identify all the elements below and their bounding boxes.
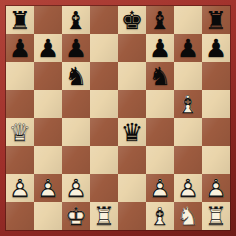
square-a1[interactable] <box>6 202 34 230</box>
square-a3[interactable] <box>6 146 34 174</box>
white-queen-outline-glyph: ♕ <box>6 118 34 146</box>
square-e1[interactable] <box>118 202 146 230</box>
black-rook-glyph: ♜ <box>202 6 230 34</box>
square-b5[interactable] <box>34 90 62 118</box>
piece-white-pawn: ♟♙ <box>202 174 230 202</box>
square-b7[interactable]: ♟ <box>34 34 62 62</box>
square-h8[interactable]: ♜ <box>202 6 230 34</box>
square-a2[interactable]: ♟♙ <box>6 174 34 202</box>
white-pawn-outline-glyph: ♙ <box>146 174 174 202</box>
square-c8[interactable]: ♝ <box>62 6 90 34</box>
piece-black-rook: ♜ <box>202 6 230 34</box>
square-f1[interactable]: ♝♗ <box>146 202 174 230</box>
black-pawn-glyph: ♟ <box>34 34 62 62</box>
square-b3[interactable] <box>34 146 62 174</box>
piece-black-pawn: ♟ <box>34 34 62 62</box>
chess-board: ♜♝♚♝♜♟♟♟♟♟♟♞♞♝♗♛♕♛♟♙♟♙♟♙♟♙♟♙♟♙♚♔♜♖♝♗♞♘♜♖ <box>6 6 230 230</box>
square-g4[interactable] <box>174 118 202 146</box>
square-e5[interactable] <box>118 90 146 118</box>
piece-white-bishop: ♝♗ <box>174 90 202 118</box>
piece-black-queen: ♛ <box>118 118 146 146</box>
square-a5[interactable] <box>6 90 34 118</box>
square-d2[interactable] <box>90 174 118 202</box>
square-h4[interactable] <box>202 118 230 146</box>
black-pawn-glyph: ♟ <box>146 34 174 62</box>
piece-black-rook: ♜ <box>6 6 34 34</box>
piece-black-pawn: ♟ <box>6 34 34 62</box>
square-h5[interactable] <box>202 90 230 118</box>
square-f3[interactable] <box>146 146 174 174</box>
white-pawn-outline-glyph: ♙ <box>174 174 202 202</box>
square-e2[interactable] <box>118 174 146 202</box>
white-bishop-outline-glyph: ♗ <box>146 202 174 230</box>
piece-black-pawn: ♟ <box>202 34 230 62</box>
square-b1[interactable] <box>34 202 62 230</box>
square-b8[interactable] <box>34 6 62 34</box>
white-bishop-outline-glyph: ♗ <box>174 90 202 118</box>
square-e3[interactable] <box>118 146 146 174</box>
piece-white-queen: ♛♕ <box>6 118 34 146</box>
square-e7[interactable] <box>118 34 146 62</box>
white-pawn-outline-glyph: ♙ <box>202 174 230 202</box>
square-g1[interactable]: ♞♘ <box>174 202 202 230</box>
square-c4[interactable] <box>62 118 90 146</box>
piece-white-king: ♚♔ <box>62 202 90 230</box>
square-e6[interactable] <box>118 62 146 90</box>
square-e8[interactable]: ♚ <box>118 6 146 34</box>
piece-black-knight: ♞ <box>62 62 90 90</box>
white-pawn-outline-glyph: ♙ <box>34 174 62 202</box>
square-g3[interactable] <box>174 146 202 174</box>
square-d1[interactable]: ♜♖ <box>90 202 118 230</box>
piece-white-knight: ♞♘ <box>174 202 202 230</box>
white-knight-outline-glyph: ♘ <box>174 202 202 230</box>
piece-white-rook: ♜♖ <box>202 202 230 230</box>
square-f7[interactable]: ♟ <box>146 34 174 62</box>
piece-white-pawn: ♟♙ <box>174 174 202 202</box>
black-pawn-glyph: ♟ <box>202 34 230 62</box>
white-pawn-outline-glyph: ♙ <box>6 174 34 202</box>
square-d6[interactable] <box>90 62 118 90</box>
square-f5[interactable] <box>146 90 174 118</box>
square-b6[interactable] <box>34 62 62 90</box>
square-c7[interactable]: ♟ <box>62 34 90 62</box>
square-f2[interactable]: ♟♙ <box>146 174 174 202</box>
square-a4[interactable]: ♛♕ <box>6 118 34 146</box>
square-c2[interactable]: ♟♙ <box>62 174 90 202</box>
chess-board-frame: ♜♝♚♝♜♟♟♟♟♟♟♞♞♝♗♛♕♛♟♙♟♙♟♙♟♙♟♙♟♙♚♔♜♖♝♗♞♘♜♖ <box>0 0 236 236</box>
black-bishop-glyph: ♝ <box>146 6 174 34</box>
piece-white-rook: ♜♖ <box>90 202 118 230</box>
piece-black-bishop: ♝ <box>62 6 90 34</box>
square-f8[interactable]: ♝ <box>146 6 174 34</box>
square-d5[interactable] <box>90 90 118 118</box>
piece-black-pawn: ♟ <box>146 34 174 62</box>
square-h3[interactable] <box>202 146 230 174</box>
square-c6[interactable]: ♞ <box>62 62 90 90</box>
square-c1[interactable]: ♚♔ <box>62 202 90 230</box>
piece-white-pawn: ♟♙ <box>34 174 62 202</box>
square-d3[interactable] <box>90 146 118 174</box>
square-a8[interactable]: ♜ <box>6 6 34 34</box>
piece-white-bishop: ♝♗ <box>146 202 174 230</box>
square-d7[interactable] <box>90 34 118 62</box>
square-a7[interactable]: ♟ <box>6 34 34 62</box>
black-knight-glyph: ♞ <box>146 62 174 90</box>
square-c3[interactable] <box>62 146 90 174</box>
square-h6[interactable] <box>202 62 230 90</box>
piece-black-pawn: ♟ <box>174 34 202 62</box>
square-g8[interactable] <box>174 6 202 34</box>
square-a6[interactable] <box>6 62 34 90</box>
piece-white-pawn: ♟♙ <box>6 174 34 202</box>
white-rook-outline-glyph: ♖ <box>202 202 230 230</box>
square-g6[interactable] <box>174 62 202 90</box>
white-rook-outline-glyph: ♖ <box>90 202 118 230</box>
square-f4[interactable] <box>146 118 174 146</box>
square-c5[interactable] <box>62 90 90 118</box>
piece-white-pawn: ♟♙ <box>62 174 90 202</box>
white-pawn-outline-glyph: ♙ <box>62 174 90 202</box>
square-g5[interactable]: ♝♗ <box>174 90 202 118</box>
square-e4[interactable]: ♛ <box>118 118 146 146</box>
black-knight-glyph: ♞ <box>62 62 90 90</box>
square-h1[interactable]: ♜♖ <box>202 202 230 230</box>
piece-black-knight: ♞ <box>146 62 174 90</box>
square-b4[interactable] <box>34 118 62 146</box>
piece-black-bishop: ♝ <box>146 6 174 34</box>
white-king-outline-glyph: ♔ <box>62 202 90 230</box>
piece-white-pawn: ♟♙ <box>146 174 174 202</box>
black-rook-glyph: ♜ <box>6 6 34 34</box>
square-f6[interactable]: ♞ <box>146 62 174 90</box>
black-pawn-glyph: ♟ <box>174 34 202 62</box>
square-g2[interactable]: ♟♙ <box>174 174 202 202</box>
square-g7[interactable]: ♟ <box>174 34 202 62</box>
piece-black-king: ♚ <box>118 6 146 34</box>
black-queen-glyph: ♛ <box>118 118 146 146</box>
square-d4[interactable] <box>90 118 118 146</box>
black-king-glyph: ♚ <box>118 6 146 34</box>
square-b2[interactable]: ♟♙ <box>34 174 62 202</box>
piece-black-pawn: ♟ <box>62 34 90 62</box>
black-pawn-glyph: ♟ <box>62 34 90 62</box>
black-bishop-glyph: ♝ <box>62 6 90 34</box>
square-h7[interactable]: ♟ <box>202 34 230 62</box>
square-d8[interactable] <box>90 6 118 34</box>
black-pawn-glyph: ♟ <box>6 34 34 62</box>
square-h2[interactable]: ♟♙ <box>202 174 230 202</box>
